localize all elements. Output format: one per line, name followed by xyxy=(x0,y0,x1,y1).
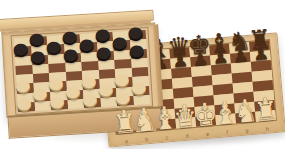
checker-black: ● xyxy=(127,24,144,40)
file-label: c xyxy=(165,134,168,140)
chess-piece-black-pawn: ♟ xyxy=(192,49,210,68)
checker-black: ● xyxy=(111,34,128,50)
checker-light: ● xyxy=(80,73,97,89)
checker-light: ● xyxy=(49,93,66,109)
checkers-box-group: ●●●●●●●●●●●●●●●●●●●●●●●● xyxy=(1,9,166,136)
checker-black: ● xyxy=(29,48,46,64)
checker-black: ● xyxy=(95,44,112,60)
file-label: b xyxy=(145,136,149,142)
checker-light: ● xyxy=(130,79,147,95)
checker-light: ● xyxy=(32,85,49,101)
checker-black: ● xyxy=(61,28,78,44)
checkers-box-top: ●●●●●●●●●●●●●●●●●●●●●●●● xyxy=(1,23,160,118)
checker-black: ● xyxy=(12,40,29,56)
chess-piece-black-pawn: ♟ xyxy=(212,47,230,66)
chess-piece-black-pawn: ♟ xyxy=(232,45,250,64)
checker-black: ● xyxy=(128,42,145,58)
checker-light: ● xyxy=(113,71,130,87)
file-label: g xyxy=(245,127,249,133)
checker-light: ● xyxy=(65,83,82,99)
checker-light: ● xyxy=(82,91,99,107)
file-label: d xyxy=(185,132,189,138)
file-label: a xyxy=(125,137,129,143)
checker-black: ● xyxy=(45,38,62,54)
checker-black: ● xyxy=(78,36,95,52)
checker-light: ● xyxy=(115,89,132,105)
checker-light: ● xyxy=(16,95,33,111)
chess-piece-black-pawn: ♟ xyxy=(252,44,270,63)
chess-piece-black-pawn: ♟ xyxy=(171,51,189,70)
checkers-pieces: ●●●●●●●●●●●●●●●●●●●●●●●● xyxy=(12,28,148,110)
checker-light: ● xyxy=(48,75,65,91)
file-label: e xyxy=(206,130,210,136)
checker-light: ● xyxy=(15,77,32,93)
checker-black: ● xyxy=(28,30,45,46)
file-label: h xyxy=(265,125,269,131)
file-label: f xyxy=(226,129,228,135)
checker-black: ● xyxy=(62,46,79,62)
product-photo: ♜♞♝♛♚♝♞♜♟♟♟♟♟♟♟♟ abcdefgh ●●●●●●●●●●●●●●… xyxy=(0,0,285,149)
checker-light: ● xyxy=(97,81,114,97)
checker-black: ● xyxy=(94,26,111,42)
